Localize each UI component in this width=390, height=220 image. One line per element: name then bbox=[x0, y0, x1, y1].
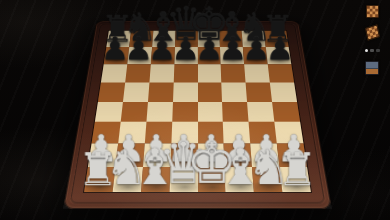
square-h7[interactable]: ♟ bbox=[266, 47, 291, 64]
square-g4[interactable] bbox=[247, 102, 274, 122]
square-h5[interactable] bbox=[270, 82, 297, 101]
square-a5[interactable] bbox=[98, 82, 125, 101]
square-e7[interactable]: ♟ bbox=[198, 47, 221, 64]
square-h1[interactable]: ♜ bbox=[280, 167, 311, 192]
board-3d-icon[interactable] bbox=[364, 24, 379, 41]
square-f6[interactable] bbox=[221, 64, 246, 82]
square-f7[interactable]: ♟ bbox=[220, 47, 244, 64]
square-e4[interactable] bbox=[198, 102, 224, 122]
board-2d-icon[interactable] bbox=[366, 5, 379, 18]
square-h4[interactable] bbox=[272, 102, 300, 122]
square-d4[interactable] bbox=[172, 102, 198, 122]
square-e5[interactable] bbox=[198, 82, 223, 101]
square-d5[interactable] bbox=[173, 82, 198, 101]
square-f4[interactable] bbox=[222, 102, 248, 122]
square-c5[interactable] bbox=[148, 82, 174, 101]
square-e6[interactable] bbox=[198, 64, 222, 82]
square-b6[interactable] bbox=[125, 64, 151, 82]
square-b4[interactable] bbox=[121, 102, 148, 122]
options-dots-icon[interactable] bbox=[365, 49, 380, 52]
square-g5[interactable] bbox=[246, 82, 272, 101]
square-a6[interactable] bbox=[101, 64, 127, 82]
piece-black-pawn[interactable]: ♟ bbox=[265, 32, 294, 64]
square-b5[interactable] bbox=[123, 82, 149, 101]
square-c4[interactable] bbox=[146, 102, 172, 122]
board-scene: ♜♞♝♛♚♝♞♜♟♟♟♟♟♟♟♟♟♟♟♟♟♟♟♟♜♞♝♛♚♝♞♜ bbox=[82, 0, 313, 217]
board-grid: ♜♞♝♛♚♝♞♜♟♟♟♟♟♟♟♟♟♟♟♟♟♟♟♟♜♞♝♛♚♝♞♜ bbox=[84, 31, 311, 192]
square-g6[interactable] bbox=[244, 64, 270, 82]
board-theme-icon[interactable] bbox=[365, 61, 379, 75]
square-a4[interactable] bbox=[95, 102, 123, 122]
square-c6[interactable] bbox=[149, 64, 174, 82]
square-g7[interactable]: ♟ bbox=[243, 47, 268, 64]
piece-white-rook[interactable]: ♜ bbox=[276, 146, 317, 192]
square-h6[interactable] bbox=[268, 64, 294, 82]
toolbar bbox=[364, 5, 380, 75]
square-d6[interactable] bbox=[173, 64, 197, 82]
square-f5[interactable] bbox=[222, 82, 248, 101]
board-frame: ♜♞♝♛♚♝♞♜♟♟♟♟♟♟♟♟♟♟♟♟♟♟♟♟♜♞♝♛♚♝♞♜ bbox=[63, 21, 332, 209]
chess-app-window: ♜♞♝♛♚♝♞♜♟♟♟♟♟♟♟♟♟♟♟♟♟♟♟♟♜♞♝♛♚♝♞♜ bbox=[0, 0, 390, 220]
